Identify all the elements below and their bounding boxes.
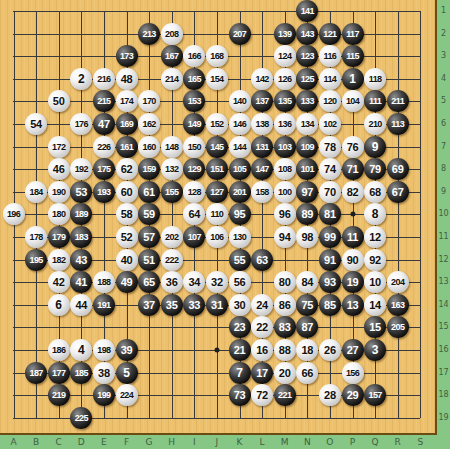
- stone-black[interactable]: 107: [183, 226, 205, 248]
- stone-white[interactable]: 54: [25, 113, 47, 135]
- stone-black[interactable]: 81: [319, 203, 341, 225]
- stone-black[interactable]: 37: [138, 294, 160, 316]
- stone-black[interactable]: 39: [116, 339, 138, 361]
- row-label: 10: [437, 209, 450, 219]
- column-label: E: [96, 437, 112, 447]
- stone-white[interactable]: 130: [229, 226, 251, 248]
- stone-black[interactable]: 5: [116, 362, 138, 384]
- stone-white[interactable]: 12: [364, 226, 386, 248]
- stone-white[interactable]: 6: [48, 294, 70, 316]
- stone-black[interactable]: 27: [342, 339, 364, 361]
- row-label: 5: [437, 96, 450, 106]
- stone-black[interactable]: 89: [296, 203, 318, 225]
- stone-white[interactable]: 154: [206, 68, 228, 90]
- stone-white[interactable]: 68: [364, 181, 386, 203]
- stone-black[interactable]: 157: [364, 384, 386, 406]
- stone-black[interactable]: 191: [93, 294, 115, 316]
- stone-white[interactable]: 70: [319, 181, 341, 203]
- stone-white[interactable]: 24: [251, 294, 273, 316]
- star-point: [350, 212, 355, 217]
- stone-black[interactable]: 79: [364, 158, 386, 180]
- stone-white[interactable]: 94: [274, 226, 296, 248]
- stone-white[interactable]: 90: [342, 249, 364, 271]
- stone-black[interactable]: 111: [364, 90, 386, 112]
- stone-white[interactable]: 208: [161, 23, 183, 45]
- stone-black[interactable]: 211: [387, 90, 409, 112]
- column-label: S: [412, 437, 428, 447]
- stone-black[interactable]: 33: [183, 294, 205, 316]
- row-label: 13: [437, 277, 450, 287]
- stone-black[interactable]: 165: [183, 68, 205, 90]
- stone-black[interactable]: 69: [387, 158, 409, 180]
- stone-black[interactable]: 225: [70, 407, 92, 429]
- column-label: C: [51, 437, 67, 447]
- stone-black[interactable]: 221: [274, 384, 296, 406]
- stone-black[interactable]: 75: [296, 294, 318, 316]
- stone-white[interactable]: 104: [342, 90, 364, 112]
- stone-black[interactable]: 61: [138, 181, 160, 203]
- stone-black[interactable]: 169: [116, 113, 138, 135]
- stone-black[interactable]: 135: [274, 90, 296, 112]
- stone-white[interactable]: 56: [229, 271, 251, 293]
- stone-black[interactable]: 173: [116, 45, 138, 67]
- column-label: I: [186, 437, 202, 447]
- stone-black[interactable]: 193: [93, 181, 115, 203]
- grid-line-horizontal: [13, 327, 420, 328]
- column-label: L: [254, 437, 270, 447]
- stone-black[interactable]: 145: [206, 136, 228, 158]
- stone-white[interactable]: 116: [319, 45, 341, 67]
- stone-black[interactable]: 127: [206, 181, 228, 203]
- stone-black[interactable]: 105: [229, 158, 251, 180]
- stone-black[interactable]: 41: [70, 271, 92, 293]
- stone-white[interactable]: 118: [364, 68, 386, 90]
- stone-white[interactable]: 142: [251, 68, 273, 90]
- stone-white[interactable]: 150: [183, 136, 205, 158]
- stone-white[interactable]: 172: [48, 136, 70, 158]
- column-label: N: [299, 437, 315, 447]
- stone-black[interactable]: 125: [296, 68, 318, 90]
- stone-white[interactable]: 66: [296, 362, 318, 384]
- row-label: 1: [437, 6, 450, 16]
- stone-black[interactable]: 83: [274, 316, 296, 338]
- stone-black[interactable]: 55: [229, 249, 251, 271]
- stone-black[interactable]: 129: [183, 158, 205, 180]
- stone-black[interactable]: 103: [274, 136, 296, 158]
- stone-black[interactable]: 149: [183, 113, 205, 135]
- stone-black[interactable]: 153: [183, 90, 205, 112]
- stone-white[interactable]: 30: [229, 294, 251, 316]
- stone-white[interactable]: 102: [319, 113, 341, 135]
- stone-black[interactable]: 11: [342, 226, 364, 248]
- row-label: 9: [437, 187, 450, 197]
- column-label: J: [209, 437, 225, 447]
- stone-white[interactable]: 14: [364, 294, 386, 316]
- column-label: P: [345, 437, 361, 447]
- stone-white[interactable]: 138: [251, 113, 273, 135]
- stone-black[interactable]: 177: [48, 362, 70, 384]
- stone-white[interactable]: 198: [93, 339, 115, 361]
- stone-black[interactable]: 63: [251, 249, 273, 271]
- stone-black[interactable]: 101: [296, 158, 318, 180]
- stone-white[interactable]: 182: [48, 249, 70, 271]
- stone-white[interactable]: 140: [229, 90, 251, 112]
- column-label: R: [390, 437, 406, 447]
- stone-white[interactable]: 226: [93, 136, 115, 158]
- stone-black[interactable]: 123: [296, 45, 318, 67]
- row-label: 19: [437, 413, 450, 423]
- stone-black[interactable]: 57: [138, 226, 160, 248]
- column-label: F: [119, 437, 135, 447]
- grid-line-vertical: [398, 11, 399, 418]
- column-label: Q: [367, 437, 383, 447]
- stone-black[interactable]: 115: [342, 45, 364, 67]
- stone-black[interactable]: 93: [319, 271, 341, 293]
- stone-black[interactable]: 9: [364, 136, 386, 158]
- row-label: 2: [437, 29, 450, 39]
- stone-white[interactable]: 78: [319, 136, 341, 158]
- stone-black[interactable]: 117: [342, 23, 364, 45]
- stone-white[interactable]: 88: [274, 339, 296, 361]
- stone-black[interactable]: 65: [138, 271, 160, 293]
- column-label: M: [277, 437, 293, 447]
- row-label: 4: [437, 74, 450, 84]
- stone-black[interactable]: 17: [251, 362, 273, 384]
- stone-black[interactable]: 179: [48, 226, 70, 248]
- stone-white[interactable]: 16: [251, 339, 273, 361]
- stone-black[interactable]: 59: [138, 203, 160, 225]
- stone-black[interactable]: 53: [70, 181, 92, 203]
- row-label: 18: [437, 390, 450, 400]
- stone-white[interactable]: 110: [206, 203, 228, 225]
- stone-white[interactable]: 204: [387, 271, 409, 293]
- stone-white[interactable]: 124: [274, 45, 296, 67]
- stone-black[interactable]: 99: [319, 226, 341, 248]
- stone-white[interactable]: 44: [70, 294, 92, 316]
- stone-black[interactable]: 43: [70, 249, 92, 271]
- column-label: D: [73, 437, 89, 447]
- stone-black[interactable]: 215: [93, 90, 115, 112]
- stone-white[interactable]: 146: [229, 113, 251, 135]
- stone-black[interactable]: 155: [161, 181, 183, 203]
- stone-black[interactable]: 109: [296, 136, 318, 158]
- stone-black[interactable]: 73: [229, 384, 251, 406]
- stone-white[interactable]: 148: [161, 136, 183, 158]
- stone-white[interactable]: 58: [116, 203, 138, 225]
- stone-white[interactable]: 48: [116, 68, 138, 90]
- stone-white[interactable]: 132: [161, 158, 183, 180]
- stone-black[interactable]: 187: [25, 362, 47, 384]
- stone-white[interactable]: 46: [48, 158, 70, 180]
- stone-black[interactable]: 91: [319, 249, 341, 271]
- stone-white[interactable]: 190: [48, 181, 70, 203]
- stone-white[interactable]: 10: [364, 271, 386, 293]
- stone-white[interactable]: 180: [48, 203, 70, 225]
- row-label: 15: [437, 322, 450, 332]
- stone-black[interactable]: 219: [48, 384, 70, 406]
- stone-black[interactable]: 151: [206, 158, 228, 180]
- stone-white[interactable]: 4: [70, 339, 92, 361]
- stone-black[interactable]: 147: [251, 158, 273, 180]
- column-label: G: [141, 437, 157, 447]
- stone-white[interactable]: 22: [251, 316, 273, 338]
- stone-white[interactable]: 36: [161, 271, 183, 293]
- row-label: 7: [437, 142, 450, 152]
- stone-black[interactable]: 161: [116, 136, 138, 158]
- stone-black[interactable]: 23: [229, 316, 251, 338]
- stone-white[interactable]: 42: [48, 271, 70, 293]
- stone-black[interactable]: 189: [70, 203, 92, 225]
- stone-white[interactable]: 188: [93, 271, 115, 293]
- stone-white[interactable]: 108: [274, 158, 296, 180]
- stone-white[interactable]: 144: [229, 136, 251, 158]
- stone-white[interactable]: 174: [116, 90, 138, 112]
- column-label: A: [6, 437, 22, 447]
- stone-black[interactable]: 195: [25, 249, 47, 271]
- stone-black[interactable]: 47: [93, 113, 115, 135]
- stone-white[interactable]: 128: [183, 181, 205, 203]
- row-label: 16: [437, 345, 450, 355]
- stone-white[interactable]: 72: [251, 384, 273, 406]
- stone-black[interactable]: 49: [116, 271, 138, 293]
- stone-black[interactable]: 21: [229, 339, 251, 361]
- stone-white[interactable]: 210: [364, 113, 386, 135]
- stone-black[interactable]: 97: [296, 181, 318, 203]
- stone-white[interactable]: 224: [116, 384, 138, 406]
- column-label: B: [28, 437, 44, 447]
- stone-black[interactable]: 7: [229, 362, 251, 384]
- stone-black[interactable]: 29: [342, 384, 364, 406]
- stone-black[interactable]: 133: [296, 90, 318, 112]
- stone-white[interactable]: 18: [296, 339, 318, 361]
- stone-black[interactable]: 137: [251, 90, 273, 112]
- row-label: 8: [437, 164, 450, 174]
- stone-white[interactable]: 26: [319, 339, 341, 361]
- stone-white[interactable]: 114: [319, 68, 341, 90]
- go-app-window: 1412132082071391431211171731671661681241…: [0, 0, 450, 449]
- row-label: 17: [437, 368, 450, 378]
- stone-white[interactable]: 74: [319, 158, 341, 180]
- stone-white[interactable]: 160: [138, 136, 160, 158]
- stone-white[interactable]: 28: [319, 384, 341, 406]
- stone-white[interactable]: 52: [116, 226, 138, 248]
- stone-white[interactable]: 92: [364, 249, 386, 271]
- stone-white[interactable]: 82: [342, 181, 364, 203]
- stone-white[interactable]: 170: [138, 90, 160, 112]
- stone-black[interactable]: 185: [70, 362, 92, 384]
- stone-white[interactable]: 120: [319, 90, 341, 112]
- column-label: K: [232, 437, 248, 447]
- stone-black[interactable]: 163: [387, 294, 409, 316]
- stone-black[interactable]: 19: [342, 271, 364, 293]
- stone-white[interactable]: 158: [251, 181, 273, 203]
- stone-white[interactable]: 80: [274, 271, 296, 293]
- stone-black[interactable]: 35: [161, 294, 183, 316]
- grid-line-vertical: [420, 11, 421, 418]
- stone-black[interactable]: 183: [70, 226, 92, 248]
- row-label: 3: [437, 51, 450, 61]
- stone-black[interactable]: 131: [251, 136, 273, 158]
- column-label: O: [322, 437, 338, 447]
- stone-black[interactable]: 121: [319, 23, 341, 45]
- star-point: [214, 348, 219, 353]
- stone-black[interactable]: 71: [342, 158, 364, 180]
- stone-black[interactable]: 207: [229, 23, 251, 45]
- stone-black[interactable]: 85: [319, 294, 341, 316]
- stone-white[interactable]: 184: [25, 181, 47, 203]
- stone-white[interactable]: 176: [70, 113, 92, 135]
- stone-white[interactable]: 38: [93, 362, 115, 384]
- stone-black[interactable]: 159: [138, 158, 160, 180]
- stone-white[interactable]: 186: [48, 339, 70, 361]
- stone-black[interactable]: 51: [138, 249, 160, 271]
- stone-white[interactable]: 202: [161, 226, 183, 248]
- stone-black[interactable]: 201: [229, 181, 251, 203]
- stone-white[interactable]: 34: [183, 271, 205, 293]
- go-board[interactable]: 1412132082071391431211171731671661681241…: [0, 0, 437, 435]
- stone-white[interactable]: 8: [364, 203, 386, 225]
- stone-black[interactable]: 15: [364, 316, 386, 338]
- stone-white[interactable]: 162: [138, 113, 160, 135]
- stone-white[interactable]: 156: [342, 362, 364, 384]
- stone-white[interactable]: 152: [206, 113, 228, 135]
- stone-white[interactable]: 40: [116, 249, 138, 271]
- stone-white[interactable]: 60: [116, 181, 138, 203]
- stone-black[interactable]: 67: [387, 181, 409, 203]
- stone-black[interactable]: 3: [364, 339, 386, 361]
- stone-black[interactable]: 87: [296, 316, 318, 338]
- column-label: H: [164, 437, 180, 447]
- stone-white[interactable]: 50: [48, 90, 70, 112]
- stone-black[interactable]: 31: [206, 294, 228, 316]
- stone-white[interactable]: 216: [93, 68, 115, 90]
- row-label: 6: [437, 119, 450, 129]
- stone-white[interactable]: 196: [3, 203, 25, 225]
- stone-white[interactable]: 96: [274, 203, 296, 225]
- stone-white[interactable]: 62: [116, 158, 138, 180]
- stone-white[interactable]: 126: [274, 68, 296, 90]
- stone-black[interactable]: 213: [138, 23, 160, 45]
- stone-white[interactable]: 178: [25, 226, 47, 248]
- stone-black[interactable]: 205: [387, 316, 409, 338]
- stone-black[interactable]: 139: [274, 23, 296, 45]
- stone-white[interactable]: 2: [70, 68, 92, 90]
- stone-white[interactable]: 192: [70, 158, 92, 180]
- stone-white[interactable]: 20: [274, 362, 296, 384]
- stone-black[interactable]: 1: [342, 68, 364, 90]
- stone-black[interactable]: 143: [296, 23, 318, 45]
- stone-black[interactable]: 167: [161, 45, 183, 67]
- stone-white[interactable]: 136: [274, 113, 296, 135]
- stone-white[interactable]: 76: [342, 136, 364, 158]
- stone-white[interactable]: 106: [206, 226, 228, 248]
- stone-black[interactable]: 141: [296, 0, 318, 22]
- stone-white[interactable]: 64: [183, 203, 205, 225]
- stone-white[interactable]: 84: [296, 271, 318, 293]
- stone-white[interactable]: 86: [274, 294, 296, 316]
- row-label: 14: [437, 300, 450, 310]
- stone-white[interactable]: 222: [161, 249, 183, 271]
- stone-white[interactable]: 168: [206, 45, 228, 67]
- stone-white[interactable]: 32: [206, 271, 228, 293]
- stone-white[interactable]: 98: [296, 226, 318, 248]
- stone-white[interactable]: 214: [161, 68, 183, 90]
- stone-white[interactable]: 100: [274, 181, 296, 203]
- row-label: 12: [437, 255, 450, 265]
- stone-white[interactable]: 166: [183, 45, 205, 67]
- stone-black[interactable]: 95: [229, 203, 251, 225]
- stone-black[interactable]: 175: [93, 158, 115, 180]
- stone-black[interactable]: 199: [93, 384, 115, 406]
- stone-black[interactable]: 13: [342, 294, 364, 316]
- stone-white[interactable]: 134: [296, 113, 318, 135]
- row-label: 11: [437, 232, 450, 242]
- stone-black[interactable]: 113: [387, 113, 409, 135]
